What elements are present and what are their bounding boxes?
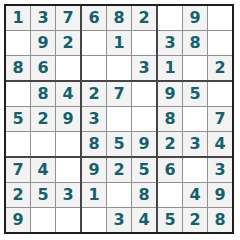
sudoku-cell-r1c4: 6 [82,6,106,30]
sudoku-cell-r2c7: 3 [158,31,182,55]
sudoku-cell-r8c9: 9 [208,183,232,207]
sudoku-cell-r2c2: 9 [31,31,55,55]
sudoku-cell-r5c8[interactable] [183,107,207,131]
sudoku-cell-r2c6[interactable] [132,31,156,55]
sudoku-cell-r4c6[interactable] [132,82,156,106]
sudoku-cell-r4c4: 2 [82,82,106,106]
sudoku-cell-r5c2: 2 [31,107,55,131]
sudoku-cell-r3c2: 6 [31,56,55,80]
sudoku-cell-r2c4[interactable] [82,31,106,55]
sudoku-cell-r4c7: 9 [158,82,182,106]
sudoku-cell-r2c3: 2 [56,31,80,55]
sudoku-cell-r3c9: 2 [208,56,232,80]
sudoku-cell-r4c5: 7 [107,82,131,106]
sudoku-cell-r7c4: 9 [82,158,106,182]
sudoku-cell-r8c2: 5 [31,183,55,207]
sudoku-cell-r5c4: 3 [82,107,106,131]
sudoku-cell-r7c9: 3 [208,158,232,182]
sudoku-box-3: 93812 [158,6,232,80]
sudoku-cell-r9c1: 9 [6,208,30,232]
sudoku-cell-r2c9[interactable] [208,31,232,55]
sudoku-box-2: 68213 [82,6,156,80]
sudoku-cell-r5c6[interactable] [132,107,156,131]
sudoku-box-8: 9251834 [82,158,156,232]
sudoku-box-4: 84529 [6,82,80,156]
sudoku-cell-r8c8: 4 [183,183,207,207]
sudoku-cell-r9c7: 5 [158,208,182,232]
sudoku-cell-r5c1: 5 [6,107,30,131]
sudoku-cell-r1c8: 9 [183,6,207,30]
sudoku-box-5: 273859 [82,82,156,156]
sudoku-cell-r1c2: 3 [31,6,55,30]
sudoku-cell-r6c8: 3 [183,132,207,156]
sudoku-cell-r3c1: 8 [6,56,30,80]
sudoku-cell-r9c8: 2 [183,208,207,232]
sudoku-cell-r2c5: 1 [107,31,131,55]
sudoku-cell-r7c2: 4 [31,158,55,182]
sudoku-cell-r7c7: 6 [158,158,182,182]
sudoku-cell-r4c8: 5 [183,82,207,106]
sudoku-cell-r5c7: 8 [158,107,182,131]
sudoku-cell-r5c9: 7 [208,107,232,131]
sudoku-box-7: 742539 [6,158,80,232]
sudoku-cell-r5c3: 9 [56,107,80,131]
sudoku-cell-r4c9[interactable] [208,82,232,106]
sudoku-cell-r4c2: 8 [31,82,55,106]
sudoku-cell-r4c1[interactable] [6,82,30,106]
sudoku-cell-r9c6: 4 [132,208,156,232]
sudoku-cell-r1c3: 7 [56,6,80,30]
sudoku-cell-r3c5[interactable] [107,56,131,80]
sudoku-cell-r1c1: 1 [6,6,30,30]
sudoku-cell-r7c1: 7 [6,158,30,182]
sudoku-cell-r6c6: 9 [132,132,156,156]
sudoku-box-6: 9587234 [158,82,232,156]
sudoku-box-9: 6349528 [158,158,232,232]
sudoku-cell-r8c4: 1 [82,183,106,207]
sudoku-cell-r7c5: 2 [107,158,131,182]
sudoku-cell-r1c5: 8 [107,6,131,30]
sudoku-cell-r6c5: 5 [107,132,131,156]
sudoku-cell-r8c6: 8 [132,183,156,207]
sudoku-cell-r3c3[interactable] [56,56,80,80]
sudoku-cell-r9c3[interactable] [56,208,80,232]
sudoku-cell-r9c9: 8 [208,208,232,232]
sudoku-cell-r2c1[interactable] [6,31,30,55]
sudoku-cell-r6c2[interactable] [31,132,55,156]
sudoku-cell-r4c3: 4 [56,82,80,106]
sudoku-box-1: 1379286 [6,6,80,80]
sudoku-cell-r6c9: 4 [208,132,232,156]
sudoku-cell-r2c8: 8 [183,31,207,55]
sudoku-cell-r3c7: 1 [158,56,182,80]
sudoku-cell-r9c2[interactable] [31,208,55,232]
sudoku-cell-r9c5: 3 [107,208,131,232]
sudoku-board: 1379286682139381284529273859958723474253… [4,4,234,234]
sudoku-cell-r7c6: 5 [132,158,156,182]
sudoku-cell-r8c3: 3 [56,183,80,207]
sudoku-cell-r3c8[interactable] [183,56,207,80]
sudoku-cell-r1c7[interactable] [158,6,182,30]
sudoku-cell-r5c5[interactable] [107,107,131,131]
sudoku-cell-r6c4: 8 [82,132,106,156]
sudoku-board-wrapper: 1379286682139381284529273859958723474253… [4,4,234,234]
sudoku-cell-r8c1: 2 [6,183,30,207]
sudoku-cell-r8c5[interactable] [107,183,131,207]
sudoku-cell-r3c6: 3 [132,56,156,80]
sudoku-cell-r6c7: 2 [158,132,182,156]
sudoku-cell-r7c3[interactable] [56,158,80,182]
sudoku-cell-r1c9[interactable] [208,6,232,30]
sudoku-cell-r1c6: 2 [132,6,156,30]
sudoku-cell-r7c8[interactable] [183,158,207,182]
sudoku-cell-r9c4[interactable] [82,208,106,232]
sudoku-cell-r6c3[interactable] [56,132,80,156]
sudoku-cell-r8c7[interactable] [158,183,182,207]
sudoku-cell-r3c4[interactable] [82,56,106,80]
sudoku-cell-r6c1[interactable] [6,132,30,156]
